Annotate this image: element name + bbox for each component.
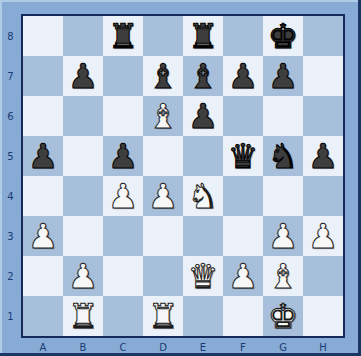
piece-black-rook: ♜	[103, 16, 143, 56]
square-g7[interactable]: ♟	[263, 56, 303, 96]
piece-white-king: ♚	[263, 296, 303, 336]
square-f6[interactable]	[223, 96, 263, 136]
piece-white-pawn: ♟	[303, 216, 343, 256]
piece-black-pawn: ♟	[63, 56, 103, 96]
file-label-a: A	[23, 342, 63, 354]
file-label-h: H	[303, 342, 343, 354]
square-d6[interactable]: ♝	[143, 96, 183, 136]
file-label-b: B	[63, 342, 103, 354]
rank-labels: 87654321	[0, 16, 21, 336]
square-a5[interactable]: ♟	[23, 136, 63, 176]
square-c8[interactable]: ♜	[103, 16, 143, 56]
rank-label-2: 2	[0, 256, 21, 296]
file-labels: ABCDEFGH	[23, 342, 343, 354]
piece-black-pawn: ♟	[263, 56, 303, 96]
square-f5[interactable]: ♛	[223, 136, 263, 176]
square-a6[interactable]	[23, 96, 63, 136]
square-c1[interactable]	[103, 296, 143, 336]
rank-label-3: 3	[0, 216, 21, 256]
piece-white-pawn: ♟	[23, 216, 63, 256]
square-f1[interactable]	[223, 296, 263, 336]
square-a8[interactable]	[23, 16, 63, 56]
square-d2[interactable]	[143, 256, 183, 296]
piece-black-queen: ♛	[223, 136, 263, 176]
square-e8[interactable]: ♜	[183, 16, 223, 56]
square-f4[interactable]	[223, 176, 263, 216]
file-label-g: G	[263, 342, 303, 354]
piece-white-bishop: ♝	[143, 96, 183, 136]
square-f7[interactable]: ♟	[223, 56, 263, 96]
square-h6[interactable]	[303, 96, 343, 136]
square-h7[interactable]	[303, 56, 343, 96]
square-d8[interactable]	[143, 16, 183, 56]
piece-black-bishop: ♝	[183, 56, 223, 96]
rank-label-6: 6	[0, 96, 21, 136]
square-h3[interactable]: ♟	[303, 216, 343, 256]
rank-label-5: 5	[0, 136, 21, 176]
piece-white-pawn: ♟	[103, 176, 143, 216]
square-g8[interactable]: ♚	[263, 16, 303, 56]
square-c4[interactable]: ♟	[103, 176, 143, 216]
square-h2[interactable]	[303, 256, 343, 296]
square-a3[interactable]: ♟	[23, 216, 63, 256]
square-g6[interactable]	[263, 96, 303, 136]
piece-black-king: ♚	[263, 16, 303, 56]
square-e5[interactable]	[183, 136, 223, 176]
square-b2[interactable]: ♟	[63, 256, 103, 296]
square-d5[interactable]	[143, 136, 183, 176]
piece-white-pawn: ♟	[223, 256, 263, 296]
square-e7[interactable]: ♝	[183, 56, 223, 96]
chess-board: ♜♜♚♟♝♝♟♟♝♟♟♟♛♞♟♟♟♞♟♟♟♟♛♟♝♜♜♚	[21, 14, 345, 338]
square-f8[interactable]	[223, 16, 263, 56]
square-c5[interactable]: ♟	[103, 136, 143, 176]
square-e4[interactable]: ♞	[183, 176, 223, 216]
piece-white-knight: ♞	[183, 176, 223, 216]
square-g5[interactable]: ♞	[263, 136, 303, 176]
piece-black-pawn: ♟	[303, 136, 343, 176]
square-f3[interactable]	[223, 216, 263, 256]
piece-white-bishop: ♝	[263, 256, 303, 296]
square-e2[interactable]: ♛	[183, 256, 223, 296]
square-a4[interactable]	[23, 176, 63, 216]
square-e1[interactable]	[183, 296, 223, 336]
square-g3[interactable]: ♟	[263, 216, 303, 256]
piece-black-pawn: ♟	[223, 56, 263, 96]
piece-white-pawn: ♟	[63, 256, 103, 296]
square-e3[interactable]	[183, 216, 223, 256]
square-h4[interactable]	[303, 176, 343, 216]
rank-label-4: 4	[0, 176, 21, 216]
piece-black-pawn: ♟	[23, 136, 63, 176]
square-b3[interactable]	[63, 216, 103, 256]
file-label-f: F	[223, 342, 263, 354]
square-c3[interactable]	[103, 216, 143, 256]
square-f2[interactable]: ♟	[223, 256, 263, 296]
square-e6[interactable]: ♟	[183, 96, 223, 136]
square-c2[interactable]	[103, 256, 143, 296]
square-a1[interactable]	[23, 296, 63, 336]
square-g1[interactable]: ♚	[263, 296, 303, 336]
piece-black-pawn: ♟	[183, 96, 223, 136]
rank-label-7: 7	[0, 56, 21, 96]
square-d3[interactable]	[143, 216, 183, 256]
piece-black-knight: ♞	[263, 136, 303, 176]
file-label-e: E	[183, 342, 223, 354]
file-label-c: C	[103, 342, 143, 354]
square-d4[interactable]: ♟	[143, 176, 183, 216]
square-d7[interactable]: ♝	[143, 56, 183, 96]
square-b4[interactable]	[63, 176, 103, 216]
square-g4[interactable]	[263, 176, 303, 216]
square-d1[interactable]: ♜	[143, 296, 183, 336]
square-h1[interactable]	[303, 296, 343, 336]
piece-white-pawn: ♟	[143, 176, 183, 216]
square-h5[interactable]: ♟	[303, 136, 343, 176]
square-b1[interactable]: ♜	[63, 296, 103, 336]
piece-white-queen: ♛	[183, 256, 223, 296]
piece-black-bishop: ♝	[143, 56, 183, 96]
piece-white-rook: ♜	[143, 296, 183, 336]
square-a2[interactable]	[23, 256, 63, 296]
square-b5[interactable]	[63, 136, 103, 176]
square-b6[interactable]	[63, 96, 103, 136]
rank-label-8: 8	[0, 16, 21, 56]
piece-black-pawn: ♟	[103, 136, 143, 176]
rank-label-1: 1	[0, 296, 21, 336]
square-h8[interactable]	[303, 16, 343, 56]
file-label-d: D	[143, 342, 183, 354]
piece-white-rook: ♜	[63, 296, 103, 336]
square-g2[interactable]: ♝	[263, 256, 303, 296]
square-b7[interactable]: ♟	[63, 56, 103, 96]
square-b8[interactable]	[63, 16, 103, 56]
square-a7[interactable]	[23, 56, 63, 96]
chess-board-widget: 87654321 ♜♜♚♟♝♝♟♟♝♟♟♟♛♞♟♟♟♞♟♟♟♟♛♟♝♜♜♚ AB…	[0, 0, 361, 356]
square-c6[interactable]	[103, 96, 143, 136]
piece-white-pawn: ♟	[263, 216, 303, 256]
square-c7[interactable]	[103, 56, 143, 96]
piece-black-rook: ♜	[183, 16, 223, 56]
